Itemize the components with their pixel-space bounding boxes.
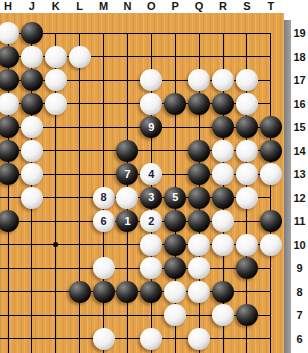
board-point[interactable] — [92, 327, 116, 351]
board-point[interactable] — [0, 303, 20, 327]
board-point[interactable] — [139, 21, 163, 45]
white-stone[interactable] — [260, 234, 282, 256]
column-label: R — [211, 0, 235, 13]
board-point[interactable] — [139, 303, 163, 327]
black-stone[interactable] — [236, 304, 258, 326]
board-point[interactable] — [68, 209, 92, 233]
board-point[interactable] — [20, 21, 44, 45]
black-stone[interactable]: 5 — [164, 187, 186, 209]
board-point[interactable] — [92, 256, 116, 280]
board-point[interactable] — [235, 162, 259, 186]
board-point[interactable] — [20, 233, 44, 257]
board-point[interactable] — [163, 68, 187, 92]
board-point[interactable] — [68, 139, 92, 163]
white-stone[interactable] — [188, 234, 210, 256]
row-label: 9 — [291, 256, 308, 280]
board-point[interactable] — [259, 209, 283, 233]
board-point[interactable] — [44, 303, 68, 327]
board-point[interactable] — [44, 256, 68, 280]
stone-number: 9 — [148, 122, 154, 133]
white-stone[interactable] — [21, 116, 43, 138]
board-point[interactable] — [116, 115, 140, 139]
black-stone[interactable] — [212, 187, 234, 209]
white-stone[interactable] — [212, 140, 234, 162]
board-point[interactable] — [116, 256, 140, 280]
row-label: 12 — [291, 186, 308, 210]
white-stone[interactable] — [236, 234, 258, 256]
board-point[interactable] — [211, 21, 235, 45]
board-point[interactable] — [92, 162, 116, 186]
board-point[interactable] — [235, 139, 259, 163]
row-label: 15 — [291, 115, 308, 139]
black-stone[interactable] — [260, 210, 282, 232]
white-stone[interactable] — [69, 46, 91, 68]
board-point[interactable] — [20, 280, 44, 304]
black-stone[interactable] — [116, 140, 138, 162]
stone-number: 1 — [124, 216, 130, 227]
white-stone[interactable] — [236, 187, 258, 209]
black-stone[interactable] — [188, 140, 210, 162]
column-label: O — [139, 0, 163, 13]
column-label: L — [68, 0, 92, 13]
board-point[interactable] — [116, 233, 140, 257]
board-point[interactable] — [20, 303, 44, 327]
board-point[interactable] — [116, 280, 140, 304]
board-point[interactable]: 7 — [116, 162, 140, 186]
board-point[interactable] — [211, 139, 235, 163]
board-point[interactable]: 1 — [116, 209, 140, 233]
white-stone[interactable] — [93, 328, 115, 350]
board-point[interactable] — [235, 45, 259, 69]
black-stone[interactable] — [21, 22, 43, 44]
column-label: T — [259, 0, 283, 13]
white-stone[interactable] — [45, 93, 67, 115]
board-point[interactable] — [92, 280, 116, 304]
board-point[interactable] — [235, 256, 259, 280]
go-diagram: HJKLMNOPQRST 974835612 19181716151413121… — [0, 0, 308, 353]
white-stone[interactable]: 8 — [93, 187, 115, 209]
board-point[interactable] — [92, 21, 116, 45]
board-point[interactable] — [259, 115, 283, 139]
board-grid: 974835612 — [0, 21, 283, 350]
board-point[interactable] — [235, 21, 259, 45]
board-point[interactable] — [163, 327, 187, 351]
board-point[interactable] — [259, 68, 283, 92]
board-point[interactable] — [0, 21, 20, 45]
board-point[interactable] — [0, 45, 20, 69]
black-stone[interactable] — [0, 69, 19, 91]
white-stone[interactable] — [21, 163, 43, 185]
board-point[interactable] — [92, 233, 116, 257]
board-point[interactable] — [92, 92, 116, 116]
row-label: 8 — [291, 280, 308, 304]
board-point[interactable] — [0, 139, 20, 163]
white-stone[interactable] — [212, 210, 234, 232]
board-point[interactable] — [211, 233, 235, 257]
board-point[interactable] — [139, 139, 163, 163]
black-stone[interactable]: 7 — [116, 163, 138, 185]
board-point[interactable] — [187, 162, 211, 186]
board-point[interactable] — [0, 186, 20, 210]
board-point[interactable] — [211, 209, 235, 233]
board-point[interactable] — [139, 45, 163, 69]
white-stone[interactable] — [0, 22, 19, 44]
board-point[interactable] — [211, 186, 235, 210]
white-stone[interactable] — [188, 257, 210, 279]
board-point[interactable] — [139, 68, 163, 92]
board-point[interactable] — [163, 162, 187, 186]
board-point[interactable] — [187, 21, 211, 45]
board-point[interactable] — [235, 327, 259, 351]
board-point[interactable] — [0, 280, 20, 304]
black-stone[interactable] — [260, 116, 282, 138]
board-point[interactable] — [68, 186, 92, 210]
board-point[interactable] — [259, 21, 283, 45]
board-point[interactable] — [20, 92, 44, 116]
white-stone[interactable] — [45, 46, 67, 68]
white-stone[interactable] — [188, 328, 210, 350]
board-point[interactable] — [44, 139, 68, 163]
black-stone[interactable]: 1 — [116, 210, 138, 232]
white-stone[interactable] — [140, 257, 162, 279]
black-stone[interactable] — [236, 116, 258, 138]
board-point[interactable]: 9 — [139, 115, 163, 139]
board-point[interactable] — [235, 68, 259, 92]
board-point[interactable] — [163, 139, 187, 163]
column-label: H — [0, 0, 20, 13]
board-point[interactable] — [139, 327, 163, 351]
board-point[interactable] — [235, 92, 259, 116]
board-point[interactable] — [259, 327, 283, 351]
board-point[interactable] — [0, 256, 20, 280]
black-stone[interactable] — [164, 210, 186, 232]
white-stone[interactable] — [21, 46, 43, 68]
board-point[interactable] — [68, 68, 92, 92]
black-stone[interactable]: 3 — [140, 187, 162, 209]
board-point[interactable] — [116, 92, 140, 116]
black-stone[interactable] — [188, 187, 210, 209]
row-label: 13 — [291, 162, 308, 186]
white-stone[interactable] — [188, 69, 210, 91]
board-point[interactable]: 5 — [163, 186, 187, 210]
stone-number: 6 — [101, 216, 107, 227]
white-stone[interactable] — [212, 163, 234, 185]
black-stone[interactable] — [140, 281, 162, 303]
board-point[interactable] — [211, 303, 235, 327]
board-point[interactable] — [20, 327, 44, 351]
black-stone[interactable] — [0, 140, 19, 162]
board-point[interactable] — [44, 280, 68, 304]
board-point[interactable] — [116, 186, 140, 210]
board-point[interactable] — [163, 45, 187, 69]
board-point[interactable] — [68, 115, 92, 139]
board-point[interactable] — [92, 139, 116, 163]
board-point[interactable] — [211, 162, 235, 186]
column-labels: HJKLMNOPQRST — [0, 0, 283, 13]
board-point[interactable] — [163, 209, 187, 233]
board-point[interactable] — [187, 233, 211, 257]
board-point[interactable] — [211, 68, 235, 92]
board-point[interactable] — [0, 233, 20, 257]
white-stone[interactable] — [236, 69, 258, 91]
board-point[interactable] — [44, 68, 68, 92]
column-label: S — [235, 0, 259, 13]
board-point[interactable] — [187, 256, 211, 280]
board-point[interactable] — [92, 45, 116, 69]
board-point[interactable] — [259, 256, 283, 280]
board-point[interactable] — [211, 280, 235, 304]
board-point[interactable]: 8 — [92, 186, 116, 210]
board-edge-shadow — [284, 20, 291, 353]
board-point[interactable] — [187, 186, 211, 210]
black-stone[interactable] — [188, 210, 210, 232]
board-point[interactable] — [259, 233, 283, 257]
board-point[interactable] — [187, 280, 211, 304]
row-label: 7 — [291, 303, 308, 327]
board-point[interactable] — [259, 162, 283, 186]
board-point[interactable]: 6 — [92, 209, 116, 233]
board-point[interactable] — [92, 115, 116, 139]
white-stone[interactable] — [140, 234, 162, 256]
board-point[interactable] — [68, 45, 92, 69]
white-stone[interactable] — [21, 140, 43, 162]
board-point[interactable] — [163, 256, 187, 280]
board-point[interactable] — [163, 115, 187, 139]
board-point[interactable] — [235, 233, 259, 257]
board-point[interactable] — [211, 92, 235, 116]
white-stone[interactable] — [93, 257, 115, 279]
board-point[interactable] — [44, 21, 68, 45]
board-point[interactable] — [187, 209, 211, 233]
board-point[interactable] — [139, 233, 163, 257]
white-stone[interactable] — [212, 304, 234, 326]
board-point[interactable] — [92, 68, 116, 92]
board-point[interactable] — [187, 45, 211, 69]
board-point[interactable] — [116, 327, 140, 351]
row-label: 10 — [291, 233, 308, 257]
board-point[interactable] — [211, 115, 235, 139]
board-point[interactable] — [116, 139, 140, 163]
row-label: 6 — [291, 327, 308, 351]
column-label: Q — [187, 0, 211, 13]
board-point[interactable] — [68, 233, 92, 257]
board-point[interactable] — [0, 68, 20, 92]
row-label: 14 — [291, 139, 308, 163]
board-point[interactable] — [44, 45, 68, 69]
board-point[interactable]: 2 — [139, 209, 163, 233]
stone-number: 2 — [148, 216, 154, 227]
row-label: 17 — [291, 68, 308, 92]
board-point[interactable]: 3 — [139, 186, 163, 210]
black-stone[interactable] — [0, 163, 19, 185]
board-point[interactable] — [20, 186, 44, 210]
board-point[interactable] — [68, 303, 92, 327]
board-point[interactable] — [235, 280, 259, 304]
row-label: 11 — [291, 209, 308, 233]
white-stone[interactable] — [140, 69, 162, 91]
column-label: K — [44, 0, 68, 13]
board-point[interactable] — [116, 45, 140, 69]
board-point[interactable] — [235, 209, 259, 233]
board-point[interactable] — [139, 92, 163, 116]
board-point[interactable] — [20, 162, 44, 186]
board-point[interactable] — [44, 233, 68, 257]
board-point[interactable] — [187, 115, 211, 139]
board-point[interactable] — [235, 303, 259, 327]
white-stone[interactable] — [164, 304, 186, 326]
board-point[interactable] — [187, 139, 211, 163]
board-point[interactable] — [259, 303, 283, 327]
white-stone[interactable]: 4 — [140, 163, 162, 185]
white-stone[interactable] — [188, 281, 210, 303]
black-stone[interactable] — [164, 93, 186, 115]
white-stone[interactable] — [260, 163, 282, 185]
board-point[interactable] — [259, 139, 283, 163]
board-point[interactable] — [187, 327, 211, 351]
stone-number: 8 — [101, 192, 107, 203]
board-point[interactable] — [44, 115, 68, 139]
board-point[interactable] — [211, 256, 235, 280]
star-point — [53, 242, 58, 247]
black-stone[interactable] — [0, 46, 19, 68]
black-stone[interactable] — [21, 93, 43, 115]
black-stone[interactable] — [188, 93, 210, 115]
board-point[interactable] — [139, 280, 163, 304]
board-point[interactable] — [235, 115, 259, 139]
board-point[interactable] — [68, 256, 92, 280]
board-point[interactable] — [20, 256, 44, 280]
board-point[interactable] — [235, 186, 259, 210]
board-point[interactable] — [20, 115, 44, 139]
board-point[interactable] — [259, 280, 283, 304]
black-stone[interactable] — [0, 210, 19, 232]
board-point[interactable] — [20, 209, 44, 233]
black-stone[interactable] — [212, 116, 234, 138]
white-stone[interactable] — [21, 187, 43, 209]
black-stone[interactable] — [260, 140, 282, 162]
column-label: N — [116, 0, 140, 13]
row-label: 16 — [291, 92, 308, 116]
board-point[interactable] — [20, 68, 44, 92]
board-point[interactable] — [259, 92, 283, 116]
black-stone[interactable] — [212, 93, 234, 115]
board-point[interactable] — [44, 92, 68, 116]
board-point[interactable] — [0, 162, 20, 186]
black-stone[interactable] — [236, 257, 258, 279]
board-point[interactable] — [68, 162, 92, 186]
row-label: 18 — [291, 45, 308, 69]
stone-number: 5 — [172, 192, 178, 203]
white-stone[interactable] — [164, 281, 186, 303]
board-point[interactable] — [187, 92, 211, 116]
white-stone[interactable]: 6 — [93, 210, 115, 232]
board-point[interactable] — [0, 327, 20, 351]
black-stone[interactable] — [69, 281, 91, 303]
board-point[interactable] — [163, 303, 187, 327]
white-stone[interactable] — [236, 140, 258, 162]
black-stone[interactable] — [164, 257, 186, 279]
board-point[interactable] — [44, 186, 68, 210]
board-point[interactable] — [68, 327, 92, 351]
board-point[interactable] — [259, 186, 283, 210]
board-point[interactable] — [44, 162, 68, 186]
black-stone[interactable] — [93, 281, 115, 303]
board-point[interactable] — [68, 92, 92, 116]
white-stone[interactable] — [45, 69, 67, 91]
stone-number: 7 — [124, 169, 130, 180]
board-point[interactable] — [211, 45, 235, 69]
go-board[interactable]: 974835612 — [0, 13, 284, 353]
white-stone[interactable] — [140, 93, 162, 115]
stone-number: 3 — [148, 192, 154, 203]
board-point[interactable] — [44, 209, 68, 233]
board-point[interactable] — [163, 280, 187, 304]
row-labels: 191817161514131211109876 — [291, 21, 308, 350]
board-point[interactable] — [116, 21, 140, 45]
board-point[interactable] — [0, 209, 20, 233]
board-point[interactable] — [187, 68, 211, 92]
white-stone[interactable]: 2 — [140, 210, 162, 232]
white-stone[interactable] — [116, 187, 138, 209]
white-stone[interactable] — [236, 163, 258, 185]
board-point[interactable] — [0, 115, 20, 139]
white-stone[interactable] — [212, 69, 234, 91]
white-stone[interactable] — [140, 328, 162, 350]
board-point[interactable]: 4 — [139, 162, 163, 186]
column-label: M — [92, 0, 116, 13]
board-point[interactable] — [44, 327, 68, 351]
board-point[interactable] — [259, 45, 283, 69]
board-point[interactable] — [68, 280, 92, 304]
white-stone[interactable] — [0, 93, 19, 115]
board-point[interactable] — [68, 21, 92, 45]
black-stone[interactable]: 9 — [140, 116, 162, 138]
row-label: 19 — [291, 21, 308, 45]
column-label: J — [20, 0, 44, 13]
board-point[interactable] — [163, 92, 187, 116]
board-point[interactable] — [116, 68, 140, 92]
white-stone[interactable] — [212, 234, 234, 256]
board-point[interactable] — [116, 303, 140, 327]
board-point[interactable] — [187, 303, 211, 327]
board-point[interactable] — [0, 92, 20, 116]
board-point[interactable] — [92, 303, 116, 327]
black-stone[interactable] — [0, 116, 19, 138]
board-point[interactable] — [20, 45, 44, 69]
black-stone[interactable] — [212, 281, 234, 303]
board-point[interactable] — [139, 256, 163, 280]
black-stone[interactable] — [164, 234, 186, 256]
board-point[interactable] — [163, 233, 187, 257]
board-point[interactable] — [163, 21, 187, 45]
board-point[interactable] — [211, 327, 235, 351]
black-stone[interactable] — [188, 163, 210, 185]
white-stone[interactable] — [236, 93, 258, 115]
column-label: P — [163, 0, 187, 13]
black-stone[interactable] — [116, 281, 138, 303]
board-point[interactable] — [20, 139, 44, 163]
black-stone[interactable] — [21, 69, 43, 91]
stone-number: 4 — [148, 169, 154, 180]
